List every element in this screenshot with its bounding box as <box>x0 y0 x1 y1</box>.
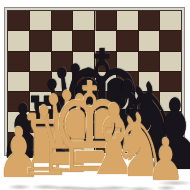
chess-piece-white-pawn-right: ♟ <box>147 131 184 189</box>
board-square <box>160 31 181 50</box>
board-square <box>8 52 29 71</box>
board-square <box>30 11 51 30</box>
board-square <box>160 11 181 30</box>
board-square <box>8 11 29 30</box>
chess-set-product-photo: ♟♜♛♚♝♞♟♟♜♛♚♝♞♟ <box>0 0 190 190</box>
board-square <box>8 31 29 50</box>
